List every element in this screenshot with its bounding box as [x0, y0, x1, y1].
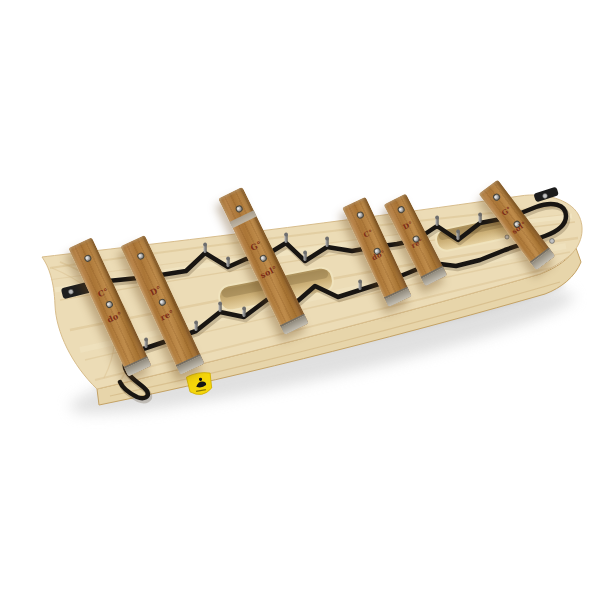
bar-solfege-label: sol° — [255, 262, 283, 281]
cord-pin — [478, 213, 482, 223]
cord-pin — [242, 307, 246, 317]
bar-note-label: G° — [495, 201, 519, 222]
bar-note-label: G° — [242, 236, 270, 255]
xylophone-product-photo: C° do° D° re° G° sol° C° do° D° re° G° s… — [0, 0, 600, 600]
bar-note-label: D° — [395, 216, 421, 234]
bar-note-label: C° — [355, 225, 382, 243]
cord-pin — [325, 237, 329, 247]
bar-nail — [83, 254, 92, 263]
bar-nail — [105, 300, 114, 309]
bar-nail — [234, 205, 243, 214]
cord-pin — [435, 216, 439, 226]
bar-nail — [396, 205, 405, 214]
cord-pin — [144, 338, 148, 348]
bar-nail — [356, 210, 365, 219]
cord-pin — [194, 321, 198, 331]
bar-solfege-label: sol° — [507, 218, 531, 239]
bar-note-label: C° — [90, 283, 117, 301]
cord-pin — [303, 251, 307, 261]
cord-pin — [203, 243, 207, 253]
bar-nail — [157, 298, 166, 307]
bar-solfege-label: re° — [404, 234, 430, 252]
bar-nail — [258, 254, 267, 263]
bar-nail — [136, 252, 145, 261]
bar-nail — [491, 192, 501, 202]
bar-solfege-label: re° — [153, 306, 181, 325]
bar-solfege-label: do° — [365, 247, 392, 265]
bar-felt-band — [229, 210, 256, 228]
bar-note-label: D° — [142, 281, 170, 300]
cord-pin — [218, 302, 222, 312]
instrument-scene — [0, 0, 600, 600]
cord-pin — [358, 280, 362, 290]
bar-solfege-label: do° — [101, 308, 128, 326]
cord-pin — [226, 257, 230, 267]
cord-pin — [456, 230, 460, 240]
cord-pin — [284, 233, 288, 243]
